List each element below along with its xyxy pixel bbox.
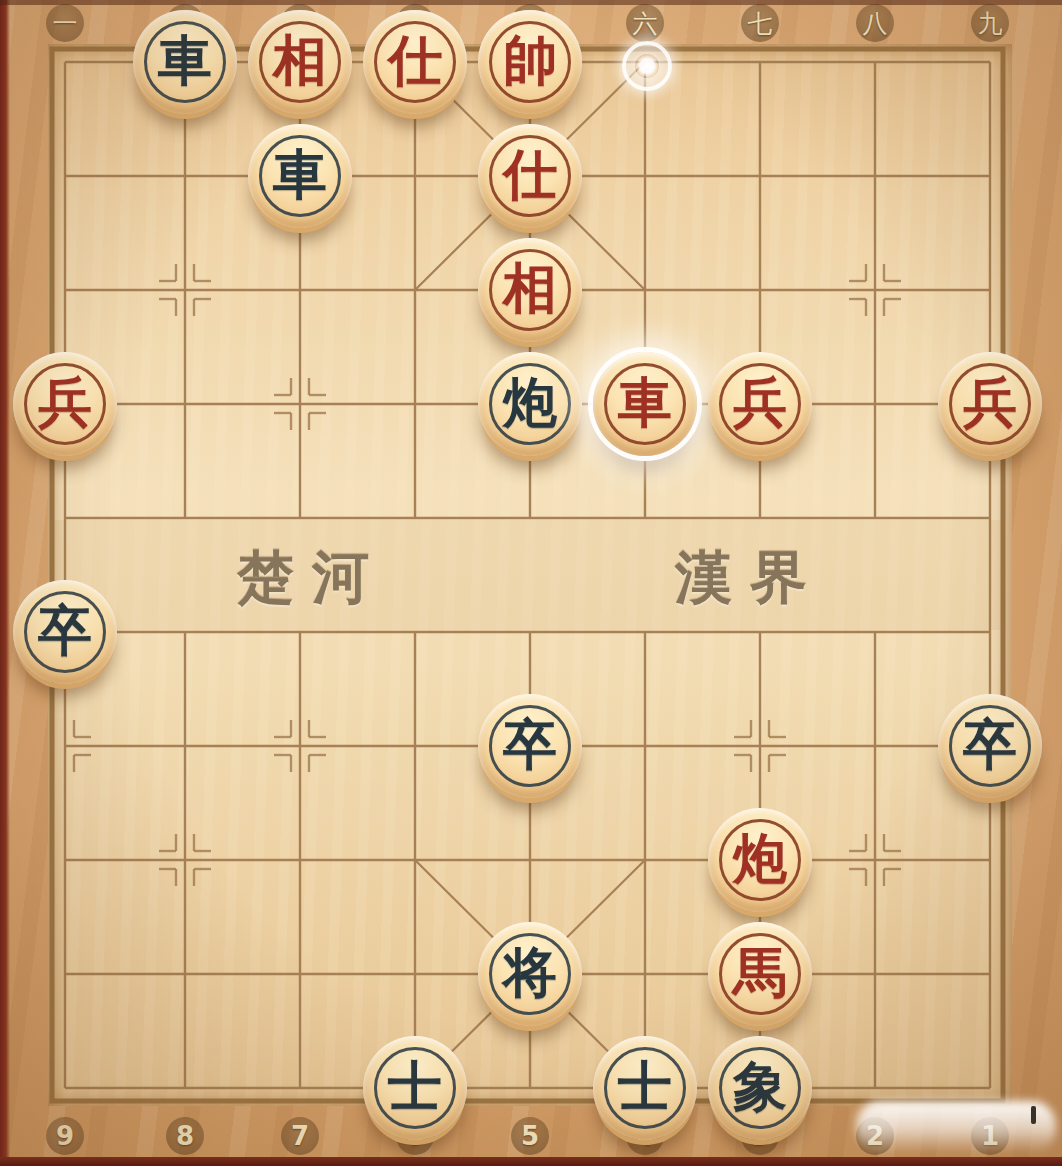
piece-red-兵[interactable]: 兵 <box>938 352 1042 456</box>
board-edge-top <box>0 0 1062 5</box>
piece-red-兵[interactable]: 兵 <box>13 352 117 456</box>
piece-character: 炮 <box>503 375 557 433</box>
piece-black-士[interactable]: 士 <box>363 1036 467 1140</box>
white-smudge-artifact <box>856 1101 1056 1153</box>
piece-character: 相 <box>273 33 327 91</box>
file-label-top-7: 七 <box>741 4 779 42</box>
piece-character: 仕 <box>388 33 442 91</box>
smudge-tick-mark <box>1031 1106 1036 1124</box>
file-label-top-1: 一 <box>46 4 84 42</box>
piece-character: 炮 <box>733 831 787 889</box>
piece-character: 相 <box>503 261 557 319</box>
piece-red-帥[interactable]: 帥 <box>478 10 582 114</box>
piece-character: 車 <box>273 147 327 205</box>
piece-black-車[interactable]: 車 <box>133 10 237 114</box>
piece-character: 士 <box>388 1059 442 1117</box>
file-label-bottom-9: 9 <box>46 1117 84 1155</box>
piece-red-馬[interactable]: 馬 <box>708 922 812 1026</box>
board-edge-bottom <box>0 1157 1062 1166</box>
file-label-bottom-5: 5 <box>511 1117 549 1155</box>
river-text-left: 楚河 <box>237 545 387 611</box>
piece-red-炮[interactable]: 炮 <box>708 808 812 912</box>
piece-black-象[interactable]: 象 <box>708 1036 812 1140</box>
piece-character: 卒 <box>38 603 92 661</box>
piece-character: 兵 <box>963 375 1017 433</box>
piece-red-仕[interactable]: 仕 <box>478 124 582 228</box>
piece-black-卒[interactable]: 卒 <box>938 694 1042 798</box>
board-edge-left <box>0 0 10 1166</box>
piece-character: 帥 <box>503 33 557 91</box>
piece-red-相[interactable]: 相 <box>478 238 582 342</box>
file-label-bottom-8: 8 <box>166 1117 204 1155</box>
piece-black-将[interactable]: 将 <box>478 922 582 1026</box>
piece-character: 象 <box>733 1059 787 1117</box>
piece-black-炮[interactable]: 炮 <box>478 352 582 456</box>
piece-black-士[interactable]: 士 <box>593 1036 697 1140</box>
file-label-top-6: 六 <box>626 4 664 42</box>
piece-red-兵[interactable]: 兵 <box>708 352 812 456</box>
piece-red-相[interactable]: 相 <box>248 10 352 114</box>
piece-character: 将 <box>503 945 557 1003</box>
piece-character: 兵 <box>733 375 787 433</box>
piece-black-卒[interactable]: 卒 <box>478 694 582 798</box>
piece-character: 卒 <box>503 717 557 775</box>
river-text-right: 漢界 <box>675 545 825 611</box>
piece-character: 兵 <box>38 375 92 433</box>
piece-black-車[interactable]: 車 <box>248 124 352 228</box>
piece-character: 仕 <box>503 147 557 205</box>
piece-character: 車 <box>618 375 672 433</box>
xiangqi-board-screen: 楚河 漢界 一二三四五六七八九987654321 車相仕帥車仕相兵炮車兵兵卒卒卒… <box>0 0 1062 1166</box>
file-label-top-8: 八 <box>856 4 894 42</box>
piece-character: 士 <box>618 1059 672 1117</box>
piece-character: 馬 <box>733 945 787 1003</box>
piece-character: 卒 <box>963 717 1017 775</box>
file-label-top-9: 九 <box>971 4 1009 42</box>
piece-red-仕[interactable]: 仕 <box>363 10 467 114</box>
file-label-bottom-7: 7 <box>281 1117 319 1155</box>
piece-character: 車 <box>158 33 212 91</box>
last-move-origin-marker <box>622 41 672 91</box>
piece-black-卒[interactable]: 卒 <box>13 580 117 684</box>
piece-red-車[interactable]: 車 <box>593 352 697 456</box>
